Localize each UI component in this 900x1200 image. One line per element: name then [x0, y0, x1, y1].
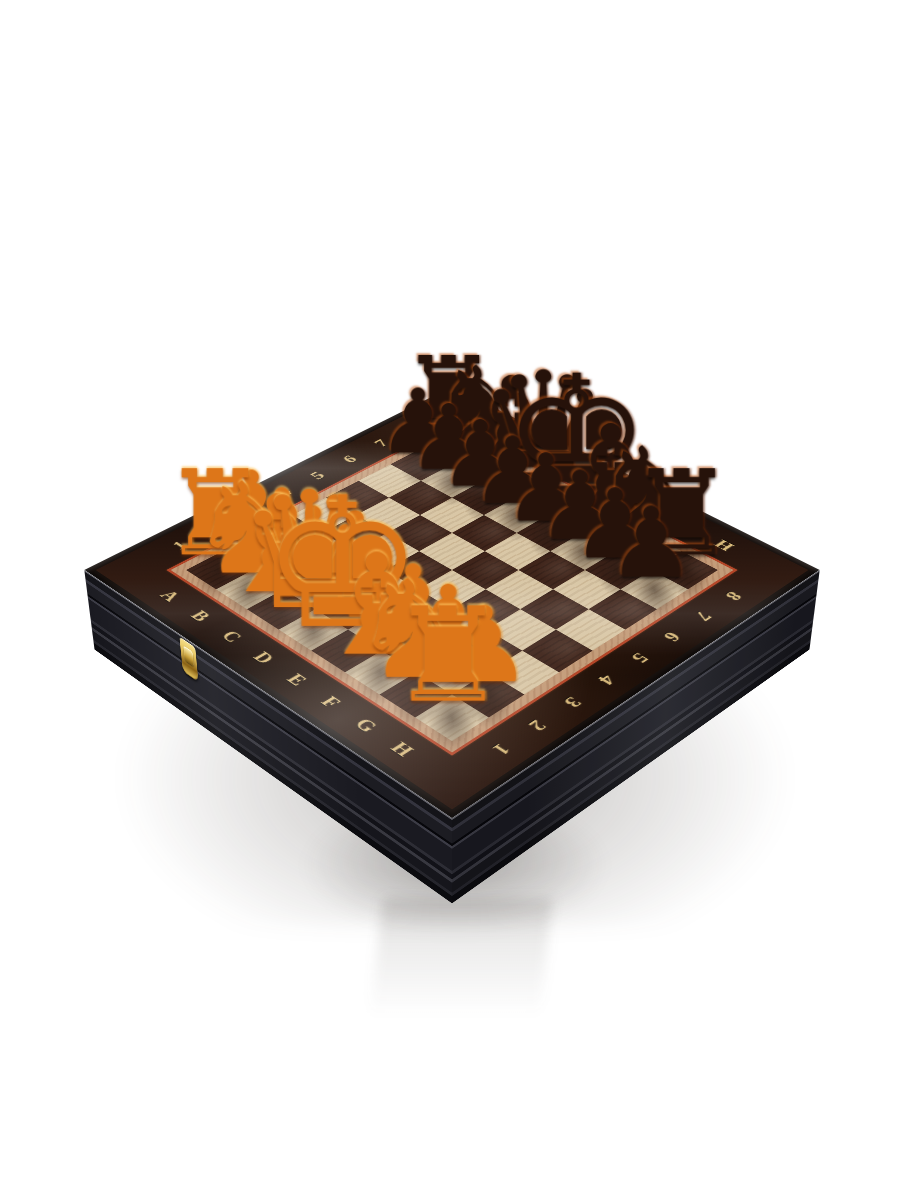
rank-label-right-6: 6 [652, 624, 693, 649]
pawn-glyph: ♟ [602, 494, 700, 592]
scene: AABBCCDDEEFFGGHH1122334455667788 ♜♞♝♛♚♝♞… [0, 0, 900, 1200]
latch-hasp [183, 645, 194, 666]
rank-label-right-2: 2 [516, 711, 560, 739]
rank-label-right-4: 4 [586, 666, 629, 692]
scene-3d: AABBCCDDEEFFGGHH1122334455667788 ♜♞♝♛♚♝♞… [0, 0, 900, 1200]
rank-label-right-7: 7 [683, 604, 724, 628]
file-label-front-h: H [380, 735, 425, 764]
rook-glyph: ♜ [383, 589, 514, 720]
rank-label-right-5: 5 [619, 645, 661, 671]
rank-label-right-8: 8 [714, 584, 754, 608]
square-h6 [589, 589, 657, 629]
rank-label-right-1: 1 [480, 735, 525, 764]
square-h5 [556, 609, 625, 650]
chess-board: AABBCCDDEEFFGGHH1122334455667788 ♜♞♝♛♚♝♞… [84, 387, 819, 819]
piece-white-rook-h1: ♜ [383, 589, 514, 720]
rank-label-right-3: 3 [551, 689, 594, 716]
piece-black-pawn-h7: ♟ [602, 494, 700, 592]
file-label-front-g: G [344, 711, 388, 739]
